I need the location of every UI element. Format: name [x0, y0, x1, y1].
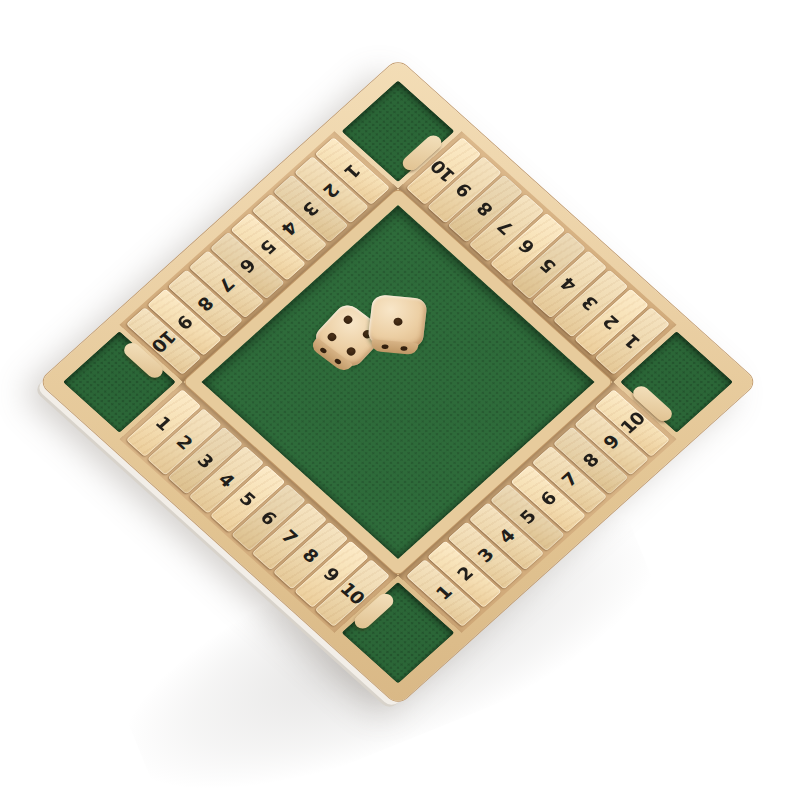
- tile-number: 7: [278, 526, 300, 546]
- tile-number: 2: [600, 312, 622, 332]
- die-pip: [342, 315, 355, 326]
- tile-number: 5: [257, 237, 279, 257]
- tile-number: 8: [194, 293, 216, 313]
- tile-number: 1: [621, 331, 643, 351]
- tile-number: 6: [537, 489, 559, 509]
- tile-number: 9: [173, 312, 195, 332]
- die-pip: [393, 317, 403, 326]
- tile-number: 6: [257, 508, 279, 528]
- shut-the-box-scene: 10987654321 12345678910 10987654321: [0, 0, 800, 800]
- tile-number: 4: [495, 526, 517, 546]
- tile-number: 9: [320, 564, 342, 584]
- tile-number: 3: [194, 451, 216, 471]
- die-pip: [326, 331, 339, 342]
- tile-number: 10: [617, 409, 648, 437]
- tile-number: 1: [341, 161, 363, 181]
- tile-number: 8: [299, 545, 321, 565]
- die-side-pip: [382, 344, 389, 349]
- die-right[interactable]: [368, 294, 428, 348]
- tile-number: 6: [516, 237, 538, 257]
- tile-number: 6: [236, 256, 258, 276]
- tile-number: 5: [537, 256, 559, 276]
- tile-number: 7: [558, 470, 580, 490]
- die-side-pip: [319, 347, 328, 354]
- die-side-pip: [400, 346, 407, 351]
- dice-cluster: [320, 296, 432, 372]
- tile-number: 4: [278, 218, 300, 238]
- tile-number: 5: [236, 489, 258, 509]
- tile-number: 9: [453, 180, 475, 200]
- tile-number: 10: [148, 327, 179, 355]
- tile-number: 2: [320, 180, 342, 200]
- die-left-front-face: [309, 338, 353, 374]
- die-pip: [345, 345, 358, 356]
- tile-number: 8: [579, 451, 601, 471]
- tile-number: 3: [299, 199, 321, 219]
- tile-number: 1: [432, 583, 454, 603]
- tile-number: 8: [474, 199, 496, 219]
- tile-number: 3: [474, 545, 496, 565]
- tile-number: 7: [495, 218, 517, 238]
- die-right-front-face: [371, 339, 418, 355]
- tile-number: 2: [453, 564, 475, 584]
- tile-number: 5: [516, 508, 538, 528]
- tile-number: 4: [215, 470, 237, 490]
- tile-number: 3: [579, 293, 601, 313]
- die-side-pip: [334, 358, 343, 365]
- tile-number: 4: [558, 274, 580, 294]
- tile-number: 10: [337, 579, 368, 607]
- tile-number: 2: [173, 432, 195, 452]
- tile-number: 9: [600, 432, 622, 452]
- tile-number: 7: [215, 274, 237, 294]
- tile-number: 1: [152, 413, 174, 433]
